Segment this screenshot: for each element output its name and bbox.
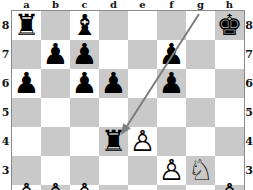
chess-board: ♜♝♚♟♟♟♟♟♟♟♜♙♙♘♙♙♙♙ [11,10,245,190]
file-label-g: g [186,0,215,10]
square-a8[interactable]: ♜ [12,11,41,40]
square-e7[interactable] [128,40,157,69]
square-d3[interactable] [99,156,128,185]
white-pawn: ♙ [41,180,70,190]
square-e8[interactable] [128,11,157,40]
white-pawn: ♙ [128,127,157,156]
white-pawn: ♙ [157,156,186,185]
square-a5[interactable] [12,98,41,127]
square-d4[interactable]: ♜ [99,127,128,156]
file-label-d: d [99,0,128,10]
square-f5[interactable] [157,98,186,127]
square-g4[interactable] [186,127,215,156]
rank-label-7: 7 [245,40,253,69]
white-knight: ♘ [186,156,215,185]
black-pawn: ♟ [12,69,41,98]
square-f4[interactable] [157,127,186,156]
rank-label-3: 3 [245,156,253,185]
black-pawn: ♟ [41,40,70,69]
square-b6[interactable] [41,69,70,98]
square-d6[interactable]: ♟ [99,69,128,98]
black-pawn: ♟ [70,40,99,69]
square-f7[interactable]: ♟ [157,40,186,69]
square-h2[interactable]: ♙ [215,185,244,190]
rank-label-7: 7 [0,40,11,69]
black-rook: ♜ [12,11,41,40]
square-f6[interactable]: ♟ [157,69,186,98]
square-g8[interactable] [186,11,215,40]
black-king: ♚ [215,11,244,40]
square-g7[interactable] [186,40,215,69]
black-pawn: ♟ [99,69,128,98]
white-pawn: ♙ [12,180,41,190]
square-h5[interactable] [215,98,244,127]
square-h8[interactable]: ♚ [215,11,244,40]
square-f2[interactable] [157,185,186,190]
square-f3[interactable]: ♙ [157,156,186,185]
black-pawn: ♟ [70,69,99,98]
square-c4[interactable] [70,127,99,156]
square-d8[interactable] [99,11,128,40]
white-pawn: ♙ [70,180,99,190]
chess-diagram: abcdefgh 876543 876543 ♜♝♚♟♟♟♟♟♟♟♜♙♙♘♙♙♙… [0,0,253,190]
square-h7[interactable] [215,40,244,69]
black-pawn: ♟ [157,40,186,69]
rank-label-5: 5 [0,98,11,127]
rank-label-6: 6 [245,69,253,98]
square-d7[interactable] [99,40,128,69]
rank-label-6: 6 [0,69,11,98]
square-b4[interactable] [41,127,70,156]
square-g2[interactable] [186,185,215,190]
square-a2[interactable]: ♙ [12,185,41,190]
file-label-f: f [157,0,186,10]
square-h6[interactable] [215,69,244,98]
rank-label-8: 8 [0,11,11,40]
square-g5[interactable] [186,98,215,127]
square-g3[interactable]: ♘ [186,156,215,185]
square-e2[interactable] [128,185,157,190]
file-labels: abcdefgh [12,0,244,10]
square-a6[interactable]: ♟ [12,69,41,98]
white-pawn: ♙ [215,180,244,190]
square-f8[interactable] [157,11,186,40]
square-d2[interactable] [99,185,128,190]
square-c2[interactable]: ♙ [70,185,99,190]
square-c5[interactable] [70,98,99,127]
square-e4[interactable]: ♙ [128,127,157,156]
square-e6[interactable] [128,69,157,98]
square-b8[interactable] [41,11,70,40]
square-b7[interactable]: ♟ [41,40,70,69]
square-a4[interactable] [12,127,41,156]
square-e5[interactable] [128,98,157,127]
square-c6[interactable]: ♟ [70,69,99,98]
file-label-b: b [41,0,70,10]
rank-label-4: 4 [245,127,253,156]
rank-label-3: 3 [0,156,11,185]
black-rook: ♜ [99,127,128,156]
square-d5[interactable] [99,98,128,127]
black-pawn: ♟ [157,69,186,98]
square-c8[interactable]: ♝ [70,11,99,40]
square-e3[interactable] [128,156,157,185]
rank-label-4: 4 [0,127,11,156]
square-g6[interactable] [186,69,215,98]
square-a7[interactable] [12,40,41,69]
rank-label-5: 5 [245,98,253,127]
square-c7[interactable]: ♟ [70,40,99,69]
black-bishop: ♝ [70,11,99,40]
square-b5[interactable] [41,98,70,127]
square-h4[interactable] [215,127,244,156]
rank-label-8: 8 [245,11,253,40]
file-label-e: e [128,0,157,10]
square-b2[interactable]: ♙ [41,185,70,190]
